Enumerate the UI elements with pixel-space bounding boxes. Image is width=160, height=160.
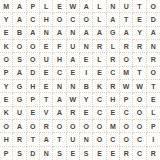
- cell-r8c10[interactable]: P: [120, 93, 133, 106]
- cell-r7c8[interactable]: K: [93, 80, 106, 93]
- cell-r8c6[interactable]: W: [67, 93, 80, 106]
- cell-r11c12[interactable]: I: [147, 133, 160, 146]
- cell-r12c6[interactable]: E: [67, 147, 80, 160]
- cell-r12c8[interactable]: E: [93, 147, 106, 160]
- cell-r2c12[interactable]: D: [147, 13, 160, 26]
- cell-r4c6[interactable]: U: [67, 40, 80, 53]
- cell-r11c1[interactable]: H: [0, 133, 13, 146]
- cell-r9c12[interactable]: L: [147, 107, 160, 120]
- cell-r3c4[interactable]: N: [40, 27, 53, 40]
- cell-r6c9[interactable]: C: [107, 67, 120, 80]
- cell-r8c7[interactable]: Y: [80, 93, 93, 106]
- cell-r9c11[interactable]: O: [133, 107, 146, 120]
- cell-r2c6[interactable]: C: [67, 13, 80, 26]
- word-search-board: MAPLEWALNUTOYACHOCOLATEDEBANANAAGAYAKOOE…: [0, 0, 160, 160]
- cell-r1c1[interactable]: M: [0, 0, 13, 13]
- cell-r7c7[interactable]: B: [80, 80, 93, 93]
- cell-r8c12[interactable]: E: [147, 93, 160, 106]
- cell-r11c4[interactable]: A: [40, 133, 53, 146]
- cell-r9c9[interactable]: E: [107, 107, 120, 120]
- cell-r3c3[interactable]: A: [27, 27, 40, 40]
- cell-r3c11[interactable]: Y: [133, 27, 146, 40]
- cell-r1c9[interactable]: N: [107, 0, 120, 13]
- cell-r5c10[interactable]: O: [120, 53, 133, 66]
- cell-r6c1[interactable]: P: [0, 67, 13, 80]
- cell-r12c2[interactable]: S: [13, 147, 26, 160]
- cell-r3c6[interactable]: N: [67, 27, 80, 40]
- cell-r2c9[interactable]: A: [107, 13, 120, 26]
- cell-r2c4[interactable]: H: [40, 13, 53, 26]
- cell-r7c3[interactable]: H: [27, 80, 40, 93]
- cell-r11c8[interactable]: O: [93, 133, 106, 146]
- cell-r4c12[interactable]: N: [147, 40, 160, 53]
- cell-r7c6[interactable]: N: [67, 80, 80, 93]
- cell-r7c10[interactable]: W: [120, 80, 133, 93]
- cell-r9c8[interactable]: C: [93, 107, 106, 120]
- cell-r6c7[interactable]: I: [80, 67, 93, 80]
- cell-r8c9[interactable]: H: [107, 93, 120, 106]
- cell-r1c8[interactable]: L: [93, 0, 106, 13]
- cell-r1c11[interactable]: T: [133, 0, 146, 13]
- cell-r6c6[interactable]: E: [67, 67, 80, 80]
- cell-r12c12[interactable]: R: [147, 147, 160, 160]
- cell-r5c2[interactable]: S: [13, 53, 26, 66]
- cell-r10c5[interactable]: O: [53, 120, 66, 133]
- cell-r5c7[interactable]: E: [80, 53, 93, 66]
- cell-r9c2[interactable]: U: [13, 107, 26, 120]
- cell-r6c5[interactable]: C: [53, 67, 66, 80]
- cell-r9c3[interactable]: E: [27, 107, 40, 120]
- cell-r7c12[interactable]: T: [147, 80, 160, 93]
- cell-r2c8[interactable]: L: [93, 13, 106, 26]
- cell-r7c1[interactable]: Y: [0, 80, 13, 93]
- cell-r7c4[interactable]: E: [40, 80, 53, 93]
- cell-r6c11[interactable]: T: [133, 67, 146, 80]
- cell-r11c9[interactable]: C: [107, 133, 120, 146]
- cell-r4c1[interactable]: K: [0, 40, 13, 53]
- cell-r1c10[interactable]: U: [120, 0, 133, 13]
- cell-r5c6[interactable]: A: [67, 53, 80, 66]
- cell-r4c2[interactable]: O: [13, 40, 26, 53]
- cell-r12c4[interactable]: N: [40, 147, 53, 160]
- cell-r4c9[interactable]: L: [107, 40, 120, 53]
- cell-r10c2[interactable]: A: [13, 120, 26, 133]
- cell-r2c5[interactable]: O: [53, 13, 66, 26]
- cell-r10c12[interactable]: P: [147, 120, 160, 133]
- cell-r5c3[interactable]: O: [27, 53, 40, 66]
- cell-r5c9[interactable]: R: [107, 53, 120, 66]
- cell-r10c10[interactable]: O: [120, 120, 133, 133]
- cell-r10c3[interactable]: O: [27, 120, 40, 133]
- cell-r6c10[interactable]: M: [120, 67, 133, 80]
- cell-r11c7[interactable]: N: [80, 133, 93, 146]
- cell-r6c2[interactable]: A: [13, 67, 26, 80]
- cell-r1c7[interactable]: A: [80, 0, 93, 13]
- cell-r5c12[interactable]: R: [147, 53, 160, 66]
- cell-r10c8[interactable]: O: [93, 120, 106, 133]
- cell-r4c3[interactable]: O: [27, 40, 40, 53]
- cell-r10c11[interactable]: O: [133, 120, 146, 133]
- cell-r5c1[interactable]: O: [0, 53, 13, 66]
- cell-r7c9[interactable]: R: [107, 80, 120, 93]
- cell-r2c11[interactable]: E: [133, 13, 146, 26]
- cell-r4c4[interactable]: E: [40, 40, 53, 53]
- cell-r9c1[interactable]: K: [0, 107, 13, 120]
- cell-r9c6[interactable]: R: [67, 107, 80, 120]
- cell-r8c1[interactable]: E: [0, 93, 13, 106]
- cell-r5c8[interactable]: L: [93, 53, 106, 66]
- cell-r12c7[interactable]: S: [80, 147, 93, 160]
- cell-r7c11[interactable]: W: [133, 80, 146, 93]
- cell-r11c5[interactable]: T: [53, 133, 66, 146]
- cell-r4c5[interactable]: F: [53, 40, 66, 53]
- cell-r3c12[interactable]: A: [147, 27, 160, 40]
- cell-r5c4[interactable]: U: [40, 53, 53, 66]
- cell-r1c2[interactable]: A: [13, 0, 26, 13]
- cell-r10c1[interactable]: O: [0, 120, 13, 133]
- cell-r3c9[interactable]: G: [107, 27, 120, 40]
- cell-r1c5[interactable]: E: [53, 0, 66, 13]
- cell-r8c8[interactable]: C: [93, 93, 106, 106]
- cell-r4c11[interactable]: R: [133, 40, 146, 53]
- cell-r6c4[interactable]: E: [40, 67, 53, 80]
- cell-r8c11[interactable]: O: [133, 93, 146, 106]
- cell-r2c3[interactable]: C: [27, 13, 40, 26]
- cell-r3c8[interactable]: A: [93, 27, 106, 40]
- cell-r1c12[interactable]: O: [147, 0, 160, 13]
- cell-r6c12[interactable]: O: [147, 67, 160, 80]
- cell-r11c3[interactable]: T: [27, 133, 40, 146]
- cell-r12c3[interactable]: D: [27, 147, 40, 160]
- cell-r4c10[interactable]: R: [120, 40, 133, 53]
- cell-r6c3[interactable]: D: [27, 67, 40, 80]
- cell-r3c7[interactable]: A: [80, 27, 93, 40]
- cell-r10c6[interactable]: O: [67, 120, 80, 133]
- cell-r5c5[interactable]: H: [53, 53, 66, 66]
- cell-r10c4[interactable]: R: [40, 120, 53, 133]
- cell-r12c10[interactable]: R: [120, 147, 133, 160]
- cell-r3c1[interactable]: E: [0, 27, 13, 40]
- cell-r10c9[interactable]: M: [107, 120, 120, 133]
- cell-r8c5[interactable]: A: [53, 93, 66, 106]
- cell-r1c4[interactable]: L: [40, 0, 53, 13]
- cell-r9c4[interactable]: V: [40, 107, 53, 120]
- cell-r4c8[interactable]: R: [93, 40, 106, 53]
- cell-r2c7[interactable]: O: [80, 13, 93, 26]
- cell-r11c2[interactable]: R: [13, 133, 26, 146]
- cell-r6c8[interactable]: E: [93, 67, 106, 80]
- cell-r11c6[interactable]: U: [67, 133, 80, 146]
- cell-r11c11[interactable]: C: [133, 133, 146, 146]
- cell-r10c7[interactable]: O: [80, 120, 93, 133]
- cell-r7c2[interactable]: G: [13, 80, 26, 93]
- cell-r8c3[interactable]: P: [27, 93, 40, 106]
- cell-r11c10[interactable]: O: [120, 133, 133, 146]
- cell-r3c5[interactable]: A: [53, 27, 66, 40]
- cell-r9c5[interactable]: A: [53, 107, 66, 120]
- cell-r2c2[interactable]: A: [13, 13, 26, 26]
- cell-r9c10[interactable]: C: [120, 107, 133, 120]
- cell-r3c10[interactable]: A: [120, 27, 133, 40]
- cell-r5c11[interactable]: Y: [133, 53, 146, 66]
- cell-r8c2[interactable]: G: [13, 93, 26, 106]
- cell-r12c1[interactable]: P: [0, 147, 13, 160]
- cell-r9c7[interactable]: E: [80, 107, 93, 120]
- cell-r1c3[interactable]: P: [27, 0, 40, 13]
- cell-r2c10[interactable]: T: [120, 13, 133, 26]
- cell-r8c4[interactable]: T: [40, 93, 53, 106]
- cell-r1c6[interactable]: W: [67, 0, 80, 13]
- cell-r12c9[interactable]: E: [107, 147, 120, 160]
- cell-r4c7[interactable]: N: [80, 40, 93, 53]
- cell-r2c1[interactable]: Y: [0, 13, 13, 26]
- cell-r3c2[interactable]: B: [13, 27, 26, 40]
- cell-r12c5[interactable]: S: [53, 147, 66, 160]
- cell-r12c11[interactable]: C: [133, 147, 146, 160]
- cell-r7c5[interactable]: N: [53, 80, 66, 93]
